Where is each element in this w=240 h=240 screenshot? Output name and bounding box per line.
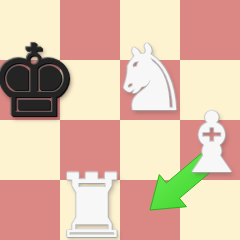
- white-rook[interactable]: ♜: [53, 163, 132, 240]
- black-king[interactable]: ♚: [0, 32, 79, 132]
- white-bishop[interactable]: ♝: [174, 101, 240, 185]
- chess-board: ♚♞♝♜: [0, 0, 240, 240]
- board-square[interactable]: [0, 180, 60, 240]
